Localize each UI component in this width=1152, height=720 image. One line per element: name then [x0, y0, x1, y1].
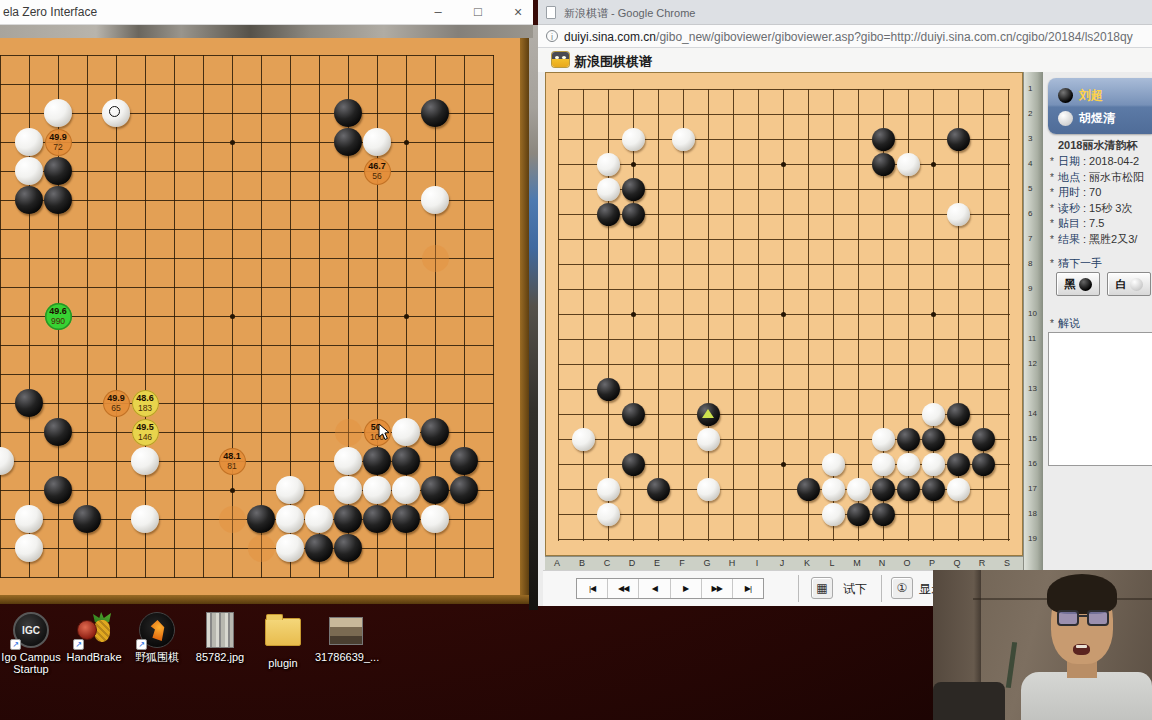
black-stone-icon: [1058, 88, 1073, 103]
black-stone: [334, 505, 362, 533]
col-label: D: [629, 558, 636, 568]
black-stone: [872, 478, 895, 501]
nav-button-fast-forward[interactable]: ▶▶: [702, 579, 733, 598]
guess-black-button[interactable]: 黑: [1056, 272, 1100, 296]
col-label: S: [1004, 558, 1010, 568]
info-value: : 丽水市松阳: [1080, 171, 1144, 183]
black-stone: [947, 128, 970, 151]
players-box: 刘超 胡煜清: [1048, 78, 1152, 134]
streamer-shirt: [1021, 672, 1152, 720]
info-value: : 15秒 3次: [1080, 202, 1133, 214]
white-stone: [822, 478, 845, 501]
move-navigation-group: |◀◀◀◀▶▶▶▶|: [576, 578, 764, 599]
cocktail-icon: [77, 620, 97, 640]
white-stone-icon: [1058, 111, 1073, 126]
leela-window-title: ela Zero Interface: [3, 5, 97, 19]
url-host: duiyi.sina.com.cn: [564, 30, 656, 44]
row-label: 3: [1028, 134, 1032, 143]
bullet: *: [1050, 234, 1054, 245]
black-stone: [363, 505, 391, 533]
black-stone: [44, 476, 72, 504]
black-stone: [922, 428, 945, 451]
game-info-row: *日期 : 2018-04-2: [1050, 154, 1144, 170]
col-label: R: [979, 558, 986, 568]
black-stone: [947, 453, 970, 476]
star-point: [404, 314, 409, 319]
white-stone: [622, 128, 645, 151]
white-stone: [276, 534, 304, 562]
game-info-row: *结果 : 黑胜2又3/: [1050, 232, 1144, 248]
black-stone: [872, 503, 895, 526]
black-stone: [334, 99, 362, 127]
url-text[interactable]: duiyi.sina.com.cn/gibo_new/giboviewer/gi…: [564, 30, 1133, 44]
leela-zero-window: ela Zero Interface – □ × 49.97246.75649.…: [0, 0, 533, 604]
bullet: *: [1050, 258, 1054, 269]
row-label: 5: [1028, 184, 1032, 193]
white-player-name: 胡煜清: [1079, 110, 1115, 127]
star-point: [404, 140, 409, 145]
col-label: M: [853, 558, 861, 568]
shortcut-arrow-icon: ↗: [73, 639, 84, 650]
glasses-icon: [1057, 610, 1109, 627]
nav-button-back[interactable]: ◀: [639, 579, 670, 598]
white-stone: [276, 476, 304, 504]
candidate-move-ghost: [422, 245, 449, 272]
black-stone: [597, 203, 620, 226]
page-header: 新浪围棋棋谱: [538, 48, 1152, 72]
info-label: 贴目: [1058, 217, 1080, 229]
info-label: 日期: [1058, 155, 1080, 167]
white-stone: [305, 505, 333, 533]
black-stone: [44, 186, 72, 214]
black-player-row: 刘超: [1058, 85, 1103, 105]
chair: [933, 682, 1005, 720]
star-point: [631, 312, 636, 317]
white-stone: [897, 453, 920, 476]
board-frame-right: [520, 38, 529, 604]
row-label: 11: [1028, 334, 1036, 343]
white-stone: [131, 505, 159, 533]
commentary-box[interactable]: [1048, 332, 1152, 466]
white-stone: [672, 128, 695, 151]
icon-art: ↗: [139, 612, 175, 648]
black-stone: [897, 428, 920, 451]
white-stone: [872, 428, 895, 451]
star-point: [781, 162, 786, 167]
icon-art: ↗: [76, 612, 112, 648]
white-stone: [334, 447, 362, 475]
chrome-titlebar[interactable]: 新浪棋谱 - Google Chrome: [538, 0, 1152, 25]
chrome-window: 新浪棋谱 - Google Chrome i duiyi.sina.com.cn…: [538, 0, 1152, 606]
page-info-icon[interactable]: i: [546, 30, 558, 42]
black-stone: [847, 503, 870, 526]
stone-icon: [1079, 278, 1092, 291]
shortcut-arrow-icon: ↗: [10, 639, 21, 650]
info-value: : 2018-04-2: [1080, 155, 1139, 167]
black-stone: [363, 447, 391, 475]
col-label: H: [729, 558, 736, 568]
column-coordinates: ABCDEFGHIJKLMNOPQRS: [545, 556, 1023, 570]
bullet: *: [1050, 187, 1054, 198]
black-stone: [622, 203, 645, 226]
black-stone: [44, 157, 72, 185]
col-label: I: [756, 558, 759, 568]
desktop-icon-foxgo[interactable]: ↗野狐围棋: [126, 612, 188, 663]
black-stone: [15, 186, 43, 214]
black-stone: [872, 153, 895, 176]
star-point: [931, 162, 936, 167]
white-stone: [421, 186, 449, 214]
row-label: 13: [1028, 384, 1037, 393]
black-stone: [872, 128, 895, 151]
webcam-feed: [933, 570, 1152, 720]
desktop-icon-jpg1[interactable]: 85782.jpg: [189, 612, 251, 663]
leela-go-board[interactable]: 49.97246.75649.699049.96548.618349.51465…: [0, 38, 520, 595]
white-stone: [697, 478, 720, 501]
sina-logo-icon: [552, 52, 569, 67]
white-player-row: 胡煜清: [1058, 108, 1115, 128]
row-label: 1: [1028, 84, 1032, 93]
candidate-move-label[interactable]: 49.972: [45, 129, 72, 156]
page-title: 新浪围棋棋谱: [574, 53, 652, 71]
image-thumbnail-icon: [206, 612, 234, 648]
black-stone: [392, 447, 420, 475]
black-stone: [421, 418, 449, 446]
white-stone: [276, 505, 304, 533]
nav-button-fast-back[interactable]: ◀◀: [608, 579, 639, 598]
url-path: /gibo_new/giboviewer/giboviewer.asp?gibo…: [656, 30, 1133, 44]
white-stone: [922, 453, 945, 476]
black-stone: [334, 534, 362, 562]
info-value: : 70: [1080, 186, 1101, 198]
white-stone: [947, 478, 970, 501]
black-stone: [647, 478, 670, 501]
toolbar-separator: [798, 575, 799, 602]
game-info-row: *读秒 : 15秒 3次: [1050, 201, 1144, 217]
board-setup-icon[interactable]: ▦: [811, 577, 833, 599]
black-stone: [972, 453, 995, 476]
nav-button-last[interactable]: ▶|: [733, 579, 763, 598]
close-button[interactable]: ×: [498, 0, 538, 25]
chrome-window-title: 新浪棋谱 - Google Chrome: [564, 6, 695, 21]
streamer-teeth: [1076, 645, 1087, 648]
black-stone: [247, 505, 275, 533]
black-stone: [334, 128, 362, 156]
page-icon: [546, 6, 556, 19]
col-label: C: [604, 558, 611, 568]
black-stone: [392, 505, 420, 533]
white-stone: [597, 503, 620, 526]
col-label: A: [554, 558, 560, 568]
game-info-row: *用时 : 70: [1050, 185, 1144, 201]
desktop-icon-handbrake[interactable]: ↗HandBrake: [63, 612, 125, 663]
try-move-button[interactable]: 试下: [843, 581, 867, 598]
row-label: 8: [1028, 259, 1032, 268]
stone-icon: [1130, 278, 1143, 291]
icon-art: IGC↗: [13, 612, 49, 648]
black-stone: [73, 505, 101, 533]
nav-button-first[interactable]: |◀: [577, 579, 608, 598]
white-stone: [44, 99, 72, 127]
candidate-move-label[interactable]: 48.6183: [132, 390, 159, 417]
info-label: 用时: [1058, 186, 1080, 198]
black-stone: [972, 428, 995, 451]
black-stone: [622, 178, 645, 201]
white-stone: [697, 428, 720, 451]
black-player-name: 刘超: [1079, 87, 1103, 104]
white-stone: [822, 503, 845, 526]
white-stone: [392, 476, 420, 504]
white-stone: [922, 403, 945, 426]
image-thumbnail-icon: [329, 617, 363, 645]
guess-button-label: 白: [1116, 277, 1127, 292]
row-label: 9: [1028, 284, 1032, 293]
star-point: [230, 488, 235, 493]
black-stone: [450, 476, 478, 504]
black-stone: [922, 478, 945, 501]
candidate-move-ghost: [248, 535, 275, 562]
board-frame-bottom: [0, 595, 529, 604]
event-name: 2018丽水清韵杯: [1058, 138, 1137, 153]
star-point: [781, 462, 786, 467]
bullet: *: [1050, 318, 1054, 329]
desktop-icon-jpg2[interactable]: 31786639_...: [315, 612, 377, 663]
white-stone: [334, 476, 362, 504]
white-stone: [421, 505, 449, 533]
desktop-icon-label: 31786639_...: [315, 651, 377, 663]
star-point: [631, 162, 636, 167]
row-label: 7: [1028, 234, 1032, 243]
info-label: 地点: [1058, 171, 1080, 183]
black-stone: [450, 447, 478, 475]
col-label: F: [679, 558, 685, 568]
row-label: 6: [1028, 209, 1032, 218]
desktop-icon-label: 85782.jpg: [189, 651, 251, 663]
commentary-title: *解说: [1050, 316, 1080, 331]
black-stone: [15, 389, 43, 417]
info-label: 读秒: [1058, 202, 1080, 214]
row-label: 19: [1028, 534, 1037, 543]
white-stone: [15, 505, 43, 533]
black-stone: [44, 418, 72, 446]
black-stone: [797, 478, 820, 501]
row-coordinates: 12345678910111213141516171819: [1023, 72, 1043, 570]
col-label: P: [929, 558, 935, 568]
icon-art: [202, 612, 238, 648]
row-label: 4: [1028, 159, 1032, 168]
candidate-move-label[interactable]: 49.5146: [132, 419, 159, 446]
icon-art: [265, 618, 301, 654]
black-stone: [947, 403, 970, 426]
white-stone: [363, 128, 391, 156]
show-move-number-icon[interactable]: ①: [891, 577, 913, 599]
plant-stem: [1006, 642, 1017, 688]
col-label: O: [903, 558, 910, 568]
info-label: 结果: [1058, 233, 1080, 245]
background-video-sliver: [0, 25, 533, 38]
white-stone: [572, 428, 595, 451]
game-info-panel: 刘超 胡煜清 2018丽水清韵杯 *日期 : 2018-04-2*地点 : 丽水…: [1048, 72, 1152, 606]
black-stone: [421, 99, 449, 127]
info-value: : 7.5: [1080, 217, 1104, 229]
row-label: 16: [1028, 459, 1037, 468]
board-grid: [0, 55, 494, 578]
white-stone: [15, 534, 43, 562]
white-stone: [947, 203, 970, 226]
bullet: *: [1050, 203, 1054, 214]
desktop-icon-label: HandBrake: [63, 651, 125, 663]
nav-button-forward[interactable]: ▶: [671, 579, 702, 598]
desktop-icon-igc[interactable]: IGC↗Igo Campus Startup: [0, 612, 62, 675]
desktop-icon-folder[interactable]: plugin: [252, 612, 314, 669]
candidate-move-label[interactable]: 49.965: [103, 390, 130, 417]
game-info-row: *贴目 : 7.5: [1050, 216, 1144, 232]
desktop-icons: IGC↗Igo Campus Startup↗HandBrake↗野狐围棋857…: [0, 608, 420, 718]
streamer-hair: [1047, 574, 1117, 614]
white-stone: [597, 178, 620, 201]
row-label: 12: [1028, 359, 1037, 368]
row-label: 2: [1028, 109, 1032, 118]
shortcut-arrow-icon: ↗: [136, 639, 147, 650]
white-stone: [131, 447, 159, 475]
guess-button-label: 黑: [1065, 277, 1076, 292]
row-label: 10: [1028, 309, 1037, 318]
white-stone: [822, 453, 845, 476]
col-label: B: [579, 558, 585, 568]
row-label: 17: [1028, 484, 1037, 493]
col-label: G: [703, 558, 710, 568]
white-stone: [897, 153, 920, 176]
folder-icon: [265, 618, 301, 646]
white-stone: [15, 128, 43, 156]
maximize-button[interactable]: □: [458, 0, 498, 25]
leela-titlebar[interactable]: ela Zero Interface – □ ×: [0, 0, 533, 25]
black-stone: [305, 534, 333, 562]
white-stone: [872, 453, 895, 476]
black-stone: [622, 453, 645, 476]
last-move-triangle-marker: [702, 409, 714, 418]
row-label: 14: [1028, 409, 1037, 418]
white-stone: [597, 478, 620, 501]
star-point: [781, 312, 786, 317]
black-stone: [597, 378, 620, 401]
white-stone: [363, 476, 391, 504]
candidate-move-ghost: [335, 419, 362, 446]
guess-next-move-title: *猜下一手: [1050, 256, 1102, 271]
guess-buttons: 黑白黑: [1056, 272, 1152, 296]
bullet: *: [1050, 218, 1054, 229]
bullet: *: [1050, 156, 1054, 167]
row-label: 18: [1028, 509, 1037, 518]
row-label: 15: [1028, 434, 1037, 443]
mouse-cursor-icon: [378, 423, 391, 441]
game-info-row: *地点 : 丽水市松阳: [1050, 170, 1144, 186]
white-stone: [847, 478, 870, 501]
candidate-move-label[interactable]: 49.6990: [45, 303, 72, 330]
candidate-move-label[interactable]: 48.181: [219, 448, 246, 475]
black-stone: [421, 476, 449, 504]
star-point: [230, 314, 235, 319]
icon-art: [328, 612, 364, 648]
white-stone: [597, 153, 620, 176]
col-label: E: [654, 558, 660, 568]
col-label: Q: [953, 558, 960, 568]
guess-white-button[interactable]: 白: [1107, 272, 1151, 296]
game-info-list: *日期 : 2018-04-2*地点 : 丽水市松阳*用时 : 70*读秒 : …: [1050, 154, 1144, 247]
black-stone: [622, 403, 645, 426]
toolbar-separator: [881, 575, 882, 602]
black-stone: [897, 478, 920, 501]
address-bar[interactable]: i duiyi.sina.com.cn/gibo_new/giboviewer/…: [538, 25, 1152, 48]
candidate-move-ghost: [219, 506, 246, 533]
col-label: N: [879, 558, 886, 568]
desktop-icon-label: 野狐围棋: [126, 651, 188, 663]
sina-go-board[interactable]: [545, 72, 1023, 556]
info-value: : 黑胜2又3/: [1080, 233, 1137, 245]
col-label: J: [780, 558, 785, 568]
desktop-icon-label: Igo Campus Startup: [0, 651, 62, 675]
col-label: K: [804, 558, 810, 568]
white-stone: [392, 418, 420, 446]
star-point: [230, 140, 235, 145]
minimize-button[interactable]: –: [418, 0, 458, 25]
white-stone: [15, 157, 43, 185]
star-point: [931, 312, 936, 317]
col-label: L: [829, 558, 834, 568]
bullet: *: [1050, 172, 1054, 183]
candidate-move-label[interactable]: 46.756: [364, 158, 391, 185]
desktop-icon-label: plugin: [252, 657, 314, 669]
